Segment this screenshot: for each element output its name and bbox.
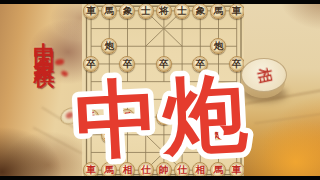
title-overlay-text: 中炮 [73, 63, 254, 170]
video-thumbnail: 中国象棋 車馬象士将士象馬車炮炮卒卒卒卒卒兵兵兵兵兵炮炮車馬相仕帥仕相馬車 相 … [0, 0, 320, 180]
letterbox-bottom [0, 176, 320, 180]
title-overlay: 中炮 [0, 0, 320, 180]
letterbox-top [0, 0, 320, 4]
